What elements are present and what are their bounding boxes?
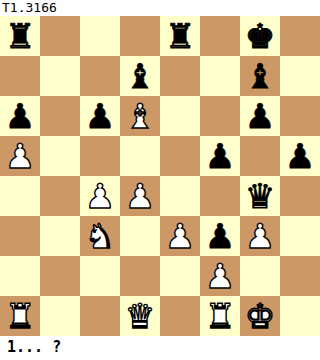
square-b7[interactable] [40,56,80,96]
square-e7[interactable] [160,56,200,96]
piece-white-rook-f1[interactable]: ♜ [200,296,240,336]
chess-board: ♜♜♚♝♝♟♟♝♟♟♟♟♟♟♛♞♟♟♟♟♜♛♜♚ [0,16,320,336]
square-f4[interactable] [200,176,240,216]
square-e6[interactable] [160,96,200,136]
square-g2[interactable] [240,256,280,296]
square-a4[interactable] [0,176,40,216]
piece-black-rook-e8[interactable]: ♜ [160,16,200,56]
square-b3[interactable] [40,216,80,256]
square-g8[interactable]: ♚ [240,16,280,56]
piece-black-pawn-c6[interactable]: ♟ [80,96,120,136]
square-a5[interactable]: ♟ [0,136,40,176]
piece-white-pawn-c4[interactable]: ♟ [80,176,120,216]
square-c6[interactable]: ♟ [80,96,120,136]
square-g4[interactable]: ♛ [240,176,280,216]
square-g5[interactable] [240,136,280,176]
piece-white-king-g1[interactable]: ♚ [240,296,280,336]
piece-white-rook-a1[interactable]: ♜ [0,296,40,336]
square-e1[interactable] [160,296,200,336]
piece-black-pawn-f5[interactable]: ♟ [200,136,240,176]
square-b1[interactable] [40,296,80,336]
square-d8[interactable] [120,16,160,56]
piece-black-pawn-f3[interactable]: ♟ [200,216,240,256]
square-f6[interactable] [200,96,240,136]
square-d6[interactable]: ♝ [120,96,160,136]
square-c4[interactable]: ♟ [80,176,120,216]
square-f8[interactable] [200,16,240,56]
square-b4[interactable] [40,176,80,216]
square-h7[interactable] [280,56,320,96]
piece-black-bishop-g7[interactable]: ♝ [240,56,280,96]
square-f2[interactable]: ♟ [200,256,240,296]
square-b2[interactable] [40,256,80,296]
square-a6[interactable]: ♟ [0,96,40,136]
piece-white-pawn-g3[interactable]: ♟ [240,216,280,256]
square-a2[interactable] [0,256,40,296]
square-a8[interactable]: ♜ [0,16,40,56]
square-f5[interactable]: ♟ [200,136,240,176]
square-e8[interactable]: ♜ [160,16,200,56]
square-e3[interactable]: ♟ [160,216,200,256]
square-d7[interactable]: ♝ [120,56,160,96]
square-c7[interactable] [80,56,120,96]
square-e5[interactable] [160,136,200,176]
square-h4[interactable] [280,176,320,216]
square-h3[interactable] [280,216,320,256]
square-e4[interactable] [160,176,200,216]
piece-black-rook-a8[interactable]: ♜ [0,16,40,56]
chess-puzzle-app: T1.3166 ♜♜♚♝♝♟♟♝♟♟♟♟♟♟♛♞♟♟♟♟♜♛♜♚ 1... ? [0,0,320,360]
square-h2[interactable] [280,256,320,296]
square-f3[interactable]: ♟ [200,216,240,256]
square-g3[interactable]: ♟ [240,216,280,256]
square-d5[interactable] [120,136,160,176]
piece-white-pawn-e3[interactable]: ♟ [160,216,200,256]
square-g7[interactable]: ♝ [240,56,280,96]
square-f7[interactable] [200,56,240,96]
square-b6[interactable] [40,96,80,136]
square-a1[interactable]: ♜ [0,296,40,336]
move-prompt: 1... ? [0,336,320,360]
square-a3[interactable] [0,216,40,256]
square-c2[interactable] [80,256,120,296]
square-c1[interactable] [80,296,120,336]
square-h6[interactable] [280,96,320,136]
square-e2[interactable] [160,256,200,296]
square-b8[interactable] [40,16,80,56]
square-d1[interactable]: ♛ [120,296,160,336]
square-f1[interactable]: ♜ [200,296,240,336]
piece-white-queen-d1[interactable]: ♛ [120,296,160,336]
piece-black-pawn-a6[interactable]: ♟ [0,96,40,136]
square-d3[interactable] [120,216,160,256]
square-g1[interactable]: ♚ [240,296,280,336]
square-h5[interactable]: ♟ [280,136,320,176]
piece-black-pawn-h5[interactable]: ♟ [280,136,320,176]
piece-white-bishop-d6[interactable]: ♝ [120,96,160,136]
piece-black-pawn-g6[interactable]: ♟ [240,96,280,136]
square-g6[interactable]: ♟ [240,96,280,136]
square-b5[interactable] [40,136,80,176]
square-h8[interactable] [280,16,320,56]
square-d4[interactable]: ♟ [120,176,160,216]
piece-white-pawn-d4[interactable]: ♟ [120,176,160,216]
piece-black-bishop-d7[interactable]: ♝ [120,56,160,96]
piece-white-pawn-f2[interactable]: ♟ [200,256,240,296]
square-c5[interactable] [80,136,120,176]
square-a7[interactable] [0,56,40,96]
puzzle-title: T1.3166 [0,0,320,16]
piece-black-queen-g4[interactable]: ♛ [240,176,280,216]
piece-white-pawn-a5[interactable]: ♟ [0,136,40,176]
square-d2[interactable] [120,256,160,296]
square-c3[interactable]: ♞ [80,216,120,256]
square-c8[interactable] [80,16,120,56]
square-h1[interactable] [280,296,320,336]
piece-white-knight-c3[interactable]: ♞ [80,216,120,256]
piece-black-king-g8[interactable]: ♚ [240,16,280,56]
